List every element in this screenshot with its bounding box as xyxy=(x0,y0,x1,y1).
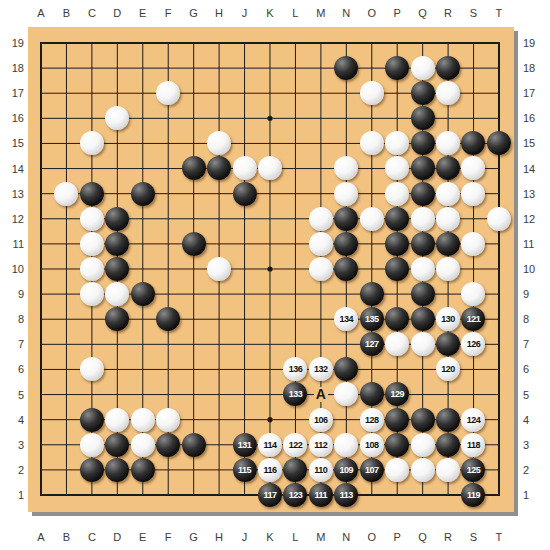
stone-Q16 xyxy=(411,106,435,130)
stone-Q4 xyxy=(411,408,435,432)
row-label: 18 xyxy=(2,56,24,81)
stone-P10 xyxy=(385,257,409,281)
column-label: C xyxy=(79,5,104,21)
stone-N3 xyxy=(334,433,358,457)
stone-J14 xyxy=(233,156,257,180)
stone-N5 xyxy=(334,382,358,406)
column-label: J xyxy=(232,529,257,545)
row-label: 17 xyxy=(523,81,547,106)
stone-R14 xyxy=(436,156,460,180)
go-diagram: ABCDEFGHJKLMNOPQRST ABCDEFGHJKLMNOPQRST … xyxy=(0,0,550,550)
stone-K1: 117 xyxy=(258,483,282,507)
stone-N2: 109 xyxy=(334,458,358,482)
stone-C10 xyxy=(80,257,104,281)
column-label: L xyxy=(283,5,308,21)
stone-N1: 113 xyxy=(334,483,358,507)
column-label: B xyxy=(54,529,79,545)
row-label: 15 xyxy=(523,131,547,156)
stone-M12 xyxy=(309,207,333,231)
column-label: E xyxy=(130,529,155,545)
stone-S3: 118 xyxy=(461,433,485,457)
stone-Q2 xyxy=(411,458,435,482)
column-label: K xyxy=(257,5,282,21)
stone-S8: 121 xyxy=(461,307,485,331)
stone-S11 xyxy=(461,232,485,256)
row-label: 15 xyxy=(2,131,24,156)
column-label: Q xyxy=(410,5,435,21)
stone-N6 xyxy=(334,357,358,381)
stone-H15 xyxy=(207,131,231,155)
stone-M6: 132 xyxy=(309,357,333,381)
stone-K3: 114 xyxy=(258,433,282,457)
stone-O17 xyxy=(360,81,384,105)
stone-R13 xyxy=(436,182,460,206)
stone-R8: 130 xyxy=(436,307,460,331)
row-label: 14 xyxy=(2,156,24,181)
row-label: 6 xyxy=(2,357,24,382)
stone-E3 xyxy=(131,433,155,457)
stone-N14 xyxy=(334,156,358,180)
stone-S9 xyxy=(461,282,485,306)
stone-C2 xyxy=(80,458,104,482)
column-label: E xyxy=(130,5,155,21)
stone-L5: 133 xyxy=(283,382,307,406)
row-label: 12 xyxy=(2,206,24,231)
stone-E9 xyxy=(131,282,155,306)
row-label: 18 xyxy=(523,56,547,81)
stone-D2 xyxy=(105,458,129,482)
stone-Q7 xyxy=(411,332,435,356)
go-board: 1341351301211271261361321201331291061281… xyxy=(28,27,514,512)
stone-S13 xyxy=(461,182,485,206)
row-label: 9 xyxy=(523,282,547,307)
stone-T15 xyxy=(487,131,511,155)
stone-Q12 xyxy=(411,207,435,231)
column-label: L xyxy=(283,529,308,545)
stone-D10 xyxy=(105,257,129,281)
top-column-labels: ABCDEFGHJKLMNOPQRST xyxy=(28,5,511,21)
stone-O7: 127 xyxy=(360,332,384,356)
stone-O12 xyxy=(360,207,384,231)
stone-O9 xyxy=(360,282,384,306)
row-label: 2 xyxy=(2,457,24,482)
stone-S15 xyxy=(461,131,485,155)
stone-Q10 xyxy=(411,257,435,281)
row-label: 17 xyxy=(2,81,24,106)
stone-D4 xyxy=(105,408,129,432)
row-label: 3 xyxy=(2,432,24,457)
column-label: F xyxy=(155,5,180,21)
stone-R2 xyxy=(436,458,460,482)
stone-F4 xyxy=(156,408,180,432)
column-label: A xyxy=(28,5,53,21)
stone-P14 xyxy=(385,156,409,180)
stone-S7: 126 xyxy=(461,332,485,356)
stone-R3 xyxy=(436,433,460,457)
row-label: 7 xyxy=(523,332,547,357)
stone-S14 xyxy=(461,156,485,180)
row-label: 9 xyxy=(2,282,24,307)
stone-R7 xyxy=(436,332,460,356)
stone-P8 xyxy=(385,307,409,331)
column-label: O xyxy=(359,5,384,21)
row-label: 2 xyxy=(523,457,547,482)
stone-P13 xyxy=(385,182,409,206)
stone-C9 xyxy=(80,282,104,306)
stone-C3 xyxy=(80,433,104,457)
stone-C4 xyxy=(80,408,104,432)
stone-G3 xyxy=(182,433,206,457)
column-label: K xyxy=(257,529,282,545)
stone-C15 xyxy=(80,131,104,155)
column-label: R xyxy=(435,5,460,21)
column-label: D xyxy=(105,5,130,21)
stone-P4 xyxy=(385,408,409,432)
stone-N13 xyxy=(334,182,358,206)
row-label: 11 xyxy=(2,231,24,256)
row-label: 1 xyxy=(2,482,24,507)
stone-C12 xyxy=(80,207,104,231)
stone-M11 xyxy=(309,232,333,256)
column-label: F xyxy=(155,529,180,545)
stone-Q17 xyxy=(411,81,435,105)
row-label: 16 xyxy=(2,106,24,131)
stone-N10 xyxy=(334,257,358,281)
stone-M2: 110 xyxy=(309,458,333,482)
stone-N8: 134 xyxy=(334,307,358,331)
column-label: Q xyxy=(410,529,435,545)
stone-S2: 125 xyxy=(461,458,485,482)
stone-Q14 xyxy=(411,156,435,180)
stone-F17 xyxy=(156,81,180,105)
stone-J13 xyxy=(233,182,257,206)
annotation-A-M5: A xyxy=(314,387,328,402)
column-label: G xyxy=(181,529,206,545)
row-label: 4 xyxy=(2,407,24,432)
stones-grid: 1341351301211271261361321201331291061281… xyxy=(28,30,511,507)
stone-R15 xyxy=(436,131,460,155)
stone-D16 xyxy=(105,106,129,130)
row-label: 16 xyxy=(523,106,547,131)
stone-S1: 119 xyxy=(461,483,485,507)
stone-R6: 120 xyxy=(436,357,460,381)
row-label: 10 xyxy=(2,256,24,281)
stone-K14 xyxy=(258,156,282,180)
stone-P3 xyxy=(385,433,409,457)
stone-R11 xyxy=(436,232,460,256)
stone-J3: 131 xyxy=(233,433,257,457)
row-label: 13 xyxy=(523,181,547,206)
column-label: H xyxy=(206,529,231,545)
stone-E2 xyxy=(131,458,155,482)
stone-Q15 xyxy=(411,131,435,155)
left-row-labels: 19181716151413121110987654321 xyxy=(2,31,24,508)
stone-F8 xyxy=(156,307,180,331)
column-label: P xyxy=(384,5,409,21)
stone-L6: 136 xyxy=(283,357,307,381)
row-label: 10 xyxy=(523,256,547,281)
stone-O3: 108 xyxy=(360,433,384,457)
stone-H10 xyxy=(207,257,231,281)
row-label: 7 xyxy=(2,332,24,357)
stone-G11 xyxy=(182,232,206,256)
stone-Q8 xyxy=(411,307,435,331)
stone-E4 xyxy=(131,408,155,432)
stone-P15 xyxy=(385,131,409,155)
stone-M3: 112 xyxy=(309,433,333,457)
stone-B13 xyxy=(54,182,78,206)
stone-N12 xyxy=(334,207,358,231)
stone-D8 xyxy=(105,307,129,331)
stone-C6 xyxy=(80,357,104,381)
stone-O4: 128 xyxy=(360,408,384,432)
column-label: A xyxy=(28,529,53,545)
stone-M10 xyxy=(309,257,333,281)
right-row-labels: 19181716151413121110987654321 xyxy=(523,31,547,508)
column-label: T xyxy=(486,5,511,21)
column-label: N xyxy=(334,5,359,21)
row-label: 19 xyxy=(2,31,24,56)
stone-T12 xyxy=(487,207,511,231)
row-label: 8 xyxy=(523,307,547,332)
stone-O2: 107 xyxy=(360,458,384,482)
column-label: M xyxy=(308,529,333,545)
stone-Q3 xyxy=(411,433,435,457)
column-label: M xyxy=(308,5,333,21)
stone-H14 xyxy=(207,156,231,180)
row-label: 1 xyxy=(523,482,547,507)
row-label: 6 xyxy=(523,357,547,382)
column-label: S xyxy=(461,5,486,21)
stone-R10 xyxy=(436,257,460,281)
row-label: 13 xyxy=(2,181,24,206)
stone-Q13 xyxy=(411,182,435,206)
stone-D9 xyxy=(105,282,129,306)
row-label: 4 xyxy=(523,407,547,432)
row-label: 8 xyxy=(2,307,24,332)
stone-L3: 122 xyxy=(283,433,307,457)
column-label: H xyxy=(206,5,231,21)
stone-K2: 116 xyxy=(258,458,282,482)
stone-M4: 106 xyxy=(309,408,333,432)
stone-P12 xyxy=(385,207,409,231)
stone-R4 xyxy=(436,408,460,432)
row-label: 5 xyxy=(2,382,24,407)
stone-D11 xyxy=(105,232,129,256)
row-label: 12 xyxy=(523,206,547,231)
stone-O15 xyxy=(360,131,384,155)
row-label: 11 xyxy=(523,231,547,256)
stone-J2: 115 xyxy=(233,458,257,482)
stone-R18 xyxy=(436,56,460,80)
stone-D3 xyxy=(105,433,129,457)
stone-D12 xyxy=(105,207,129,231)
stone-C13 xyxy=(80,182,104,206)
stone-M1: 111 xyxy=(309,483,333,507)
row-label: 3 xyxy=(523,432,547,457)
row-label: 5 xyxy=(523,382,547,407)
stone-E13 xyxy=(131,182,155,206)
column-label: N xyxy=(334,529,359,545)
stone-P7 xyxy=(385,332,409,356)
column-label: D xyxy=(105,529,130,545)
stone-S4: 124 xyxy=(461,408,485,432)
stone-N11 xyxy=(334,232,358,256)
row-label: 19 xyxy=(523,31,547,56)
column-label: S xyxy=(461,529,486,545)
stone-R17 xyxy=(436,81,460,105)
bottom-column-labels: ABCDEFGHJKLMNOPQRST xyxy=(28,529,511,545)
stone-P2 xyxy=(385,458,409,482)
column-label: P xyxy=(384,529,409,545)
stone-C11 xyxy=(80,232,104,256)
column-label: G xyxy=(181,5,206,21)
stone-F3 xyxy=(156,433,180,457)
column-label: T xyxy=(486,529,511,545)
stone-Q18 xyxy=(411,56,435,80)
stone-O8: 135 xyxy=(360,307,384,331)
column-label: R xyxy=(435,529,460,545)
row-label: 14 xyxy=(523,156,547,181)
stone-R12 xyxy=(436,207,460,231)
stone-P5: 129 xyxy=(385,382,409,406)
stone-N18 xyxy=(334,56,358,80)
stone-L1: 123 xyxy=(283,483,307,507)
column-label: C xyxy=(79,529,104,545)
stone-P18 xyxy=(385,56,409,80)
column-label: J xyxy=(232,5,257,21)
stone-P11 xyxy=(385,232,409,256)
column-label: B xyxy=(54,5,79,21)
column-label: O xyxy=(359,529,384,545)
stone-O5 xyxy=(360,382,384,406)
stone-G14 xyxy=(182,156,206,180)
stone-L2 xyxy=(283,458,307,482)
stone-Q11 xyxy=(411,232,435,256)
stone-Q9 xyxy=(411,282,435,306)
